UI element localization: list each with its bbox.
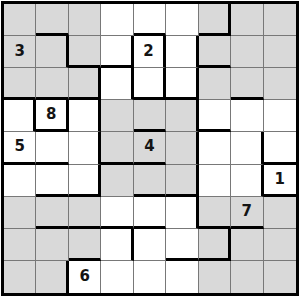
given-cell-r9c3[interactable]: 6	[69, 261, 101, 293]
cell-r3c7[interactable]	[199, 68, 231, 100]
cell-r4c4[interactable]	[101, 100, 133, 132]
given-cell-r6c9[interactable]: 1	[264, 165, 296, 197]
cell-r3c1[interactable]	[4, 68, 36, 100]
cell-r7c6[interactable]	[166, 197, 198, 229]
cell-r4c6[interactable]	[166, 100, 198, 132]
cell-r5c2[interactable]	[36, 132, 68, 164]
cell-r1c9[interactable]	[264, 4, 296, 36]
cell-r6c4[interactable]	[101, 165, 133, 197]
cell-r1c6[interactable]	[166, 4, 198, 36]
cell-r8c4[interactable]	[101, 229, 133, 261]
cell-r4c9[interactable]	[264, 100, 296, 132]
cell-r9c4[interactable]	[101, 261, 133, 293]
given-cell-r2c5[interactable]: 2	[134, 36, 166, 68]
cell-r7c1[interactable]	[4, 197, 36, 229]
cell-r7c3[interactable]	[69, 197, 101, 229]
cell-r9c8[interactable]	[231, 261, 263, 293]
cell-r3c6[interactable]	[166, 68, 198, 100]
cell-r9c9[interactable]	[264, 261, 296, 293]
cell-r5c3[interactable]	[69, 132, 101, 164]
cell-r8c9[interactable]	[264, 229, 296, 261]
cell-r1c5[interactable]	[134, 4, 166, 36]
given-cell-r4c2[interactable]: 8	[36, 100, 68, 132]
cell-r9c2[interactable]	[36, 261, 68, 293]
cell-r8c2[interactable]	[36, 229, 68, 261]
puzzle-board: 32854176	[1, 1, 299, 296]
cell-r1c7[interactable]	[199, 4, 231, 36]
cell-r2c2[interactable]	[36, 36, 68, 68]
cell-r6c2[interactable]	[36, 165, 68, 197]
cell-r8c5[interactable]	[134, 229, 166, 261]
cell-r3c4[interactable]	[101, 68, 133, 100]
cell-r7c7[interactable]	[199, 197, 231, 229]
cell-r6c3[interactable]	[69, 165, 101, 197]
cell-r7c4[interactable]	[101, 197, 133, 229]
cell-r9c6[interactable]	[166, 261, 198, 293]
cell-r3c3[interactable]	[69, 68, 101, 100]
cell-r7c9[interactable]	[264, 197, 296, 229]
cell-r7c2[interactable]	[36, 197, 68, 229]
cell-r4c5[interactable]	[134, 100, 166, 132]
cell-r8c6[interactable]	[166, 229, 198, 261]
cell-r8c8[interactable]	[231, 229, 263, 261]
cell-r5c4[interactable]	[101, 132, 133, 164]
given-cell-r7c8[interactable]: 7	[231, 197, 263, 229]
cell-r4c3[interactable]	[69, 100, 101, 132]
cell-r6c7[interactable]	[199, 165, 231, 197]
cell-r3c5[interactable]	[134, 68, 166, 100]
cell-r2c9[interactable]	[264, 36, 296, 68]
cell-r1c3[interactable]	[69, 4, 101, 36]
cell-r5c8[interactable]	[231, 132, 263, 164]
cell-r6c6[interactable]	[166, 165, 198, 197]
puzzle-stage: 32854176	[0, 0, 300, 297]
cell-r6c1[interactable]	[4, 165, 36, 197]
cell-r5c7[interactable]	[199, 132, 231, 164]
cell-r1c4[interactable]	[101, 4, 133, 36]
cell-r1c1[interactable]	[4, 4, 36, 36]
cell-r4c1[interactable]	[4, 100, 36, 132]
given-cell-r5c1[interactable]: 5	[4, 132, 36, 164]
cell-r9c1[interactable]	[4, 261, 36, 293]
cell-r8c3[interactable]	[69, 229, 101, 261]
cell-r6c8[interactable]	[231, 165, 263, 197]
cell-r1c2[interactable]	[36, 4, 68, 36]
cell-r4c8[interactable]	[231, 100, 263, 132]
cell-r2c8[interactable]	[231, 36, 263, 68]
cell-r6c5[interactable]	[134, 165, 166, 197]
cell-r1c8[interactable]	[231, 4, 263, 36]
given-cell-r5c5[interactable]: 4	[134, 132, 166, 164]
cell-r2c3[interactable]	[69, 36, 101, 68]
cell-r5c6[interactable]	[166, 132, 198, 164]
cell-r9c5[interactable]	[134, 261, 166, 293]
cell-r8c1[interactable]	[4, 229, 36, 261]
cell-r4c7[interactable]	[199, 100, 231, 132]
cell-r3c2[interactable]	[36, 68, 68, 100]
cell-r8c7[interactable]	[199, 229, 231, 261]
cell-r3c8[interactable]	[231, 68, 263, 100]
cell-r3c9[interactable]	[264, 68, 296, 100]
cell-r2c4[interactable]	[101, 36, 133, 68]
given-cell-r2c1[interactable]: 3	[4, 36, 36, 68]
cell-r9c7[interactable]	[199, 261, 231, 293]
cell-r2c6[interactable]	[166, 36, 198, 68]
cell-r2c7[interactable]	[199, 36, 231, 68]
cell-r7c5[interactable]	[134, 197, 166, 229]
cell-r5c9[interactable]	[264, 132, 296, 164]
